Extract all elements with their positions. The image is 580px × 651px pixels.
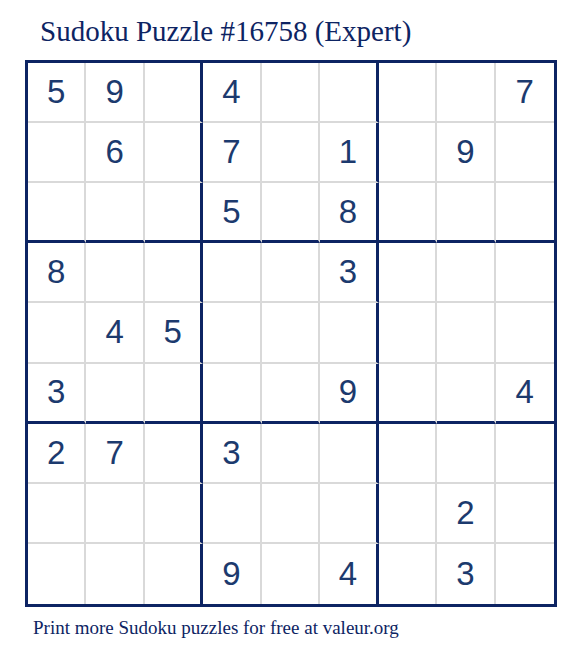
cell-r3c2 bbox=[86, 183, 144, 243]
cell-r8c6 bbox=[320, 484, 378, 544]
cell-r1c6 bbox=[320, 63, 378, 123]
cell-r1c5 bbox=[262, 63, 320, 123]
cell-r6c7 bbox=[379, 364, 437, 424]
cell-r3c3 bbox=[145, 183, 203, 243]
cell-r7c2: 7 bbox=[86, 424, 144, 484]
cell-r8c8: 2 bbox=[437, 484, 495, 544]
cell-r5c8 bbox=[437, 303, 495, 363]
cell-r1c9: 7 bbox=[496, 63, 554, 123]
cell-r3c7 bbox=[379, 183, 437, 243]
footer-text: Print more Sudoku puzzles for free at va… bbox=[33, 616, 399, 640]
cell-r1c4: 4 bbox=[203, 63, 261, 123]
cell-r7c7 bbox=[379, 424, 437, 484]
cell-r1c3 bbox=[145, 63, 203, 123]
cell-r4c7 bbox=[379, 243, 437, 303]
cell-r2c4: 7 bbox=[203, 123, 261, 183]
cell-r9c5 bbox=[262, 544, 320, 604]
cell-r9c9 bbox=[496, 544, 554, 604]
cell-r9c7 bbox=[379, 544, 437, 604]
cell-r5c4 bbox=[203, 303, 261, 363]
cell-r6c5 bbox=[262, 364, 320, 424]
cell-r2c6: 1 bbox=[320, 123, 378, 183]
cell-r5c6 bbox=[320, 303, 378, 363]
cell-r5c7 bbox=[379, 303, 437, 363]
cell-r1c7 bbox=[379, 63, 437, 123]
cell-r1c2: 9 bbox=[86, 63, 144, 123]
cell-r5c1 bbox=[28, 303, 86, 363]
cell-r6c4 bbox=[203, 364, 261, 424]
cell-r4c6: 3 bbox=[320, 243, 378, 303]
cell-r7c4: 3 bbox=[203, 424, 261, 484]
cell-r4c2 bbox=[86, 243, 144, 303]
cell-r8c9 bbox=[496, 484, 554, 544]
cell-r4c4 bbox=[203, 243, 261, 303]
cell-r7c1: 2 bbox=[28, 424, 86, 484]
cell-r7c8 bbox=[437, 424, 495, 484]
cell-r9c3 bbox=[145, 544, 203, 604]
cell-r8c4 bbox=[203, 484, 261, 544]
sudoku-grid: 594767195883453942732943 bbox=[25, 60, 557, 607]
cell-r3c9 bbox=[496, 183, 554, 243]
cell-r2c3 bbox=[145, 123, 203, 183]
cell-r7c6 bbox=[320, 424, 378, 484]
cell-r7c5 bbox=[262, 424, 320, 484]
cell-r6c2 bbox=[86, 364, 144, 424]
cell-r3c4: 5 bbox=[203, 183, 261, 243]
cell-r9c4: 9 bbox=[203, 544, 261, 604]
cell-r2c7 bbox=[379, 123, 437, 183]
cell-r3c8 bbox=[437, 183, 495, 243]
cell-r6c8 bbox=[437, 364, 495, 424]
cell-r5c5 bbox=[262, 303, 320, 363]
cell-r3c5 bbox=[262, 183, 320, 243]
cell-r2c9 bbox=[496, 123, 554, 183]
cell-r6c1: 3 bbox=[28, 364, 86, 424]
cell-r8c7 bbox=[379, 484, 437, 544]
cell-r1c1: 5 bbox=[28, 63, 86, 123]
cell-r8c2 bbox=[86, 484, 144, 544]
cell-r9c2 bbox=[86, 544, 144, 604]
cell-r6c9: 4 bbox=[496, 364, 554, 424]
cell-r4c5 bbox=[262, 243, 320, 303]
cell-r7c9 bbox=[496, 424, 554, 484]
cell-r8c5 bbox=[262, 484, 320, 544]
cell-r3c6: 8 bbox=[320, 183, 378, 243]
cell-r4c9 bbox=[496, 243, 554, 303]
cell-r1c8 bbox=[437, 63, 495, 123]
cell-r9c8: 3 bbox=[437, 544, 495, 604]
cell-r2c8: 9 bbox=[437, 123, 495, 183]
cell-r3c1 bbox=[28, 183, 86, 243]
cell-r5c2: 4 bbox=[86, 303, 144, 363]
cell-r8c3 bbox=[145, 484, 203, 544]
cell-r9c6: 4 bbox=[320, 544, 378, 604]
cell-r5c3: 5 bbox=[145, 303, 203, 363]
cell-r6c3 bbox=[145, 364, 203, 424]
cell-r9c1 bbox=[28, 544, 86, 604]
cell-r2c5 bbox=[262, 123, 320, 183]
cell-r8c1 bbox=[28, 484, 86, 544]
cell-r5c9 bbox=[496, 303, 554, 363]
cell-r2c2: 6 bbox=[86, 123, 144, 183]
cell-r4c1: 8 bbox=[28, 243, 86, 303]
cell-r4c8 bbox=[437, 243, 495, 303]
page-title: Sudoku Puzzle #16758 (Expert) bbox=[40, 14, 411, 48]
cell-r7c3 bbox=[145, 424, 203, 484]
cell-r4c3 bbox=[145, 243, 203, 303]
cell-r6c6: 9 bbox=[320, 364, 378, 424]
cell-r2c1 bbox=[28, 123, 86, 183]
